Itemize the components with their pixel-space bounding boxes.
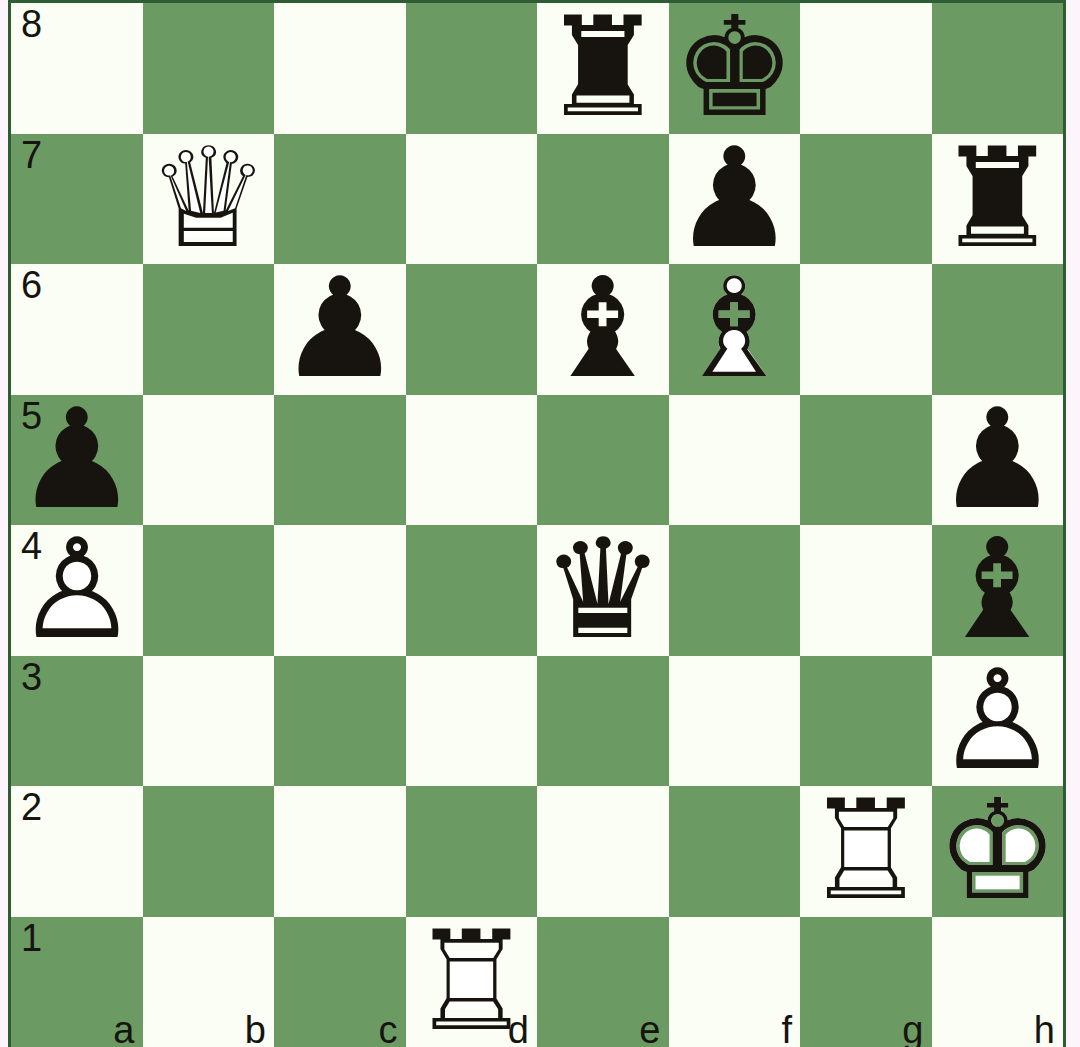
square-b2[interactable] (143, 786, 275, 917)
square-c1[interactable]: c (274, 917, 406, 1047)
square-g3[interactable] (800, 656, 932, 787)
square-e8[interactable]: ♜ (537, 3, 669, 134)
rank-label-3: 3 (21, 658, 42, 698)
square-e6[interactable]: ♝ (537, 264, 669, 395)
square-c3[interactable] (274, 656, 406, 787)
black-pawn-icon[interactable]: ♟ (11, 395, 143, 526)
square-e4[interactable]: ♛ (537, 525, 669, 656)
square-h7[interactable]: ♜ (932, 134, 1064, 265)
square-a2[interactable]: 2 (11, 786, 143, 917)
piece-fill: ♚ (669, 3, 801, 134)
square-c4[interactable] (274, 525, 406, 656)
rank-label-6: 6 (21, 266, 42, 306)
black-pawn-icon[interactable]: ♟ (274, 264, 406, 395)
square-d6[interactable] (406, 264, 538, 395)
white-bishop-icon[interactable]: ♝♗ (669, 264, 801, 395)
white-pawn-icon[interactable]: ♟♙ (932, 656, 1064, 787)
square-d3[interactable] (406, 656, 538, 787)
square-b4[interactable] (143, 525, 275, 656)
square-c6[interactable]: ♟ (274, 264, 406, 395)
piece-outline: ♙ (11, 525, 143, 656)
piece-fill: ♛ (537, 525, 669, 656)
square-b1[interactable]: b (143, 917, 275, 1047)
black-queen-icon[interactable]: ♛ (537, 525, 669, 656)
square-d5[interactable] (406, 395, 538, 526)
piece-fill: ♟ (274, 264, 406, 395)
file-label-b: b (245, 1011, 266, 1047)
square-a3[interactable]: 3 (11, 656, 143, 787)
black-pawn-icon[interactable]: ♟ (932, 395, 1064, 526)
square-a5[interactable]: 5♟ (11, 395, 143, 526)
square-d2[interactable] (406, 786, 538, 917)
square-f2[interactable] (669, 786, 801, 917)
file-label-h: h (1034, 1011, 1055, 1047)
square-c2[interactable] (274, 786, 406, 917)
rank-label-2: 2 (21, 788, 42, 828)
square-h1[interactable]: h (932, 917, 1064, 1047)
piece-fill: ♟ (932, 395, 1064, 526)
square-h8[interactable] (932, 3, 1064, 134)
black-pawn-icon[interactable]: ♟ (669, 134, 801, 265)
square-c8[interactable] (274, 3, 406, 134)
square-d4[interactable] (406, 525, 538, 656)
square-d8[interactable] (406, 3, 538, 134)
square-b6[interactable] (143, 264, 275, 395)
black-rook-icon[interactable]: ♜ (932, 134, 1064, 265)
square-b5[interactable] (143, 395, 275, 526)
square-e2[interactable] (537, 786, 669, 917)
piece-fill: ♜ (537, 3, 669, 134)
piece-outline: ♙ (932, 656, 1064, 787)
white-rook-icon[interactable]: ♜♖ (800, 786, 932, 917)
rank-label-8: 8 (21, 5, 42, 45)
black-bishop-icon[interactable]: ♝ (537, 264, 669, 395)
square-e1[interactable]: e (537, 917, 669, 1047)
square-a4[interactable]: 4♟♙ (11, 525, 143, 656)
file-label-f: f (781, 1011, 792, 1047)
square-a6[interactable]: 6 (11, 264, 143, 395)
chess-board: 8♜♚7♛♕♟♜6♟♝♝♗5♟♟4♟♙♛♝3♟♙2♜♖♚♔1abcd♜♖efgh (8, 0, 1066, 1047)
piece-outline: ♗ (669, 264, 801, 395)
file-label-g: g (902, 1011, 923, 1047)
square-b8[interactable] (143, 3, 275, 134)
file-label-a: a (113, 1011, 134, 1047)
piece-fill: ♝ (932, 525, 1064, 656)
square-g7[interactable] (800, 134, 932, 265)
square-g5[interactable] (800, 395, 932, 526)
square-f6[interactable]: ♝♗ (669, 264, 801, 395)
piece-fill: ♜ (932, 134, 1064, 265)
square-h4[interactable]: ♝ (932, 525, 1064, 656)
piece-fill: ♟ (11, 395, 143, 526)
piece-outline: ♔ (932, 786, 1064, 917)
square-f8[interactable]: ♚ (669, 3, 801, 134)
square-c5[interactable] (274, 395, 406, 526)
square-a8[interactable]: 8 (11, 3, 143, 134)
square-d1[interactable]: d♜♖ (406, 917, 538, 1047)
square-e3[interactable] (537, 656, 669, 787)
black-bishop-icon[interactable]: ♝ (932, 525, 1064, 656)
square-g4[interactable] (800, 525, 932, 656)
white-rook-icon[interactable]: ♜♖ (406, 917, 538, 1047)
file-label-e: e (639, 1011, 660, 1047)
piece-outline: ♖ (406, 917, 538, 1047)
square-g8[interactable] (800, 3, 932, 134)
square-d7[interactable] (406, 134, 538, 265)
piece-fill: ♟ (669, 134, 801, 265)
square-f3[interactable] (669, 656, 801, 787)
piece-outline: ♕ (143, 134, 275, 265)
file-label-c: c (379, 1011, 398, 1047)
square-b3[interactable] (143, 656, 275, 787)
square-f5[interactable] (669, 395, 801, 526)
square-f7[interactable]: ♟ (669, 134, 801, 265)
square-h5[interactable]: ♟ (932, 395, 1064, 526)
piece-fill: ♝ (537, 264, 669, 395)
square-h2[interactable]: ♚♔ (932, 786, 1064, 917)
square-h3[interactable]: ♟♙ (932, 656, 1064, 787)
square-h6[interactable] (932, 264, 1064, 395)
square-b7[interactable]: ♛♕ (143, 134, 275, 265)
square-e5[interactable] (537, 395, 669, 526)
square-g6[interactable] (800, 264, 932, 395)
square-a7[interactable]: 7 (11, 134, 143, 265)
white-queen-icon[interactable]: ♛♕ (143, 134, 275, 265)
rank-label-7: 7 (21, 136, 42, 176)
square-f1[interactable]: f (669, 917, 801, 1047)
board-grid: 8♜♚7♛♕♟♜6♟♝♝♗5♟♟4♟♙♛♝3♟♙2♜♖♚♔1abcd♜♖efgh (11, 3, 1063, 1047)
square-e7[interactable] (537, 134, 669, 265)
square-c7[interactable] (274, 134, 406, 265)
square-g1[interactable]: g (800, 917, 932, 1047)
black-rook-icon[interactable]: ♜ (537, 3, 669, 134)
white-king-icon[interactable]: ♚♔ (932, 786, 1064, 917)
square-f4[interactable] (669, 525, 801, 656)
black-king-icon[interactable]: ♚ (669, 3, 801, 134)
square-g2[interactable]: ♜♖ (800, 786, 932, 917)
white-pawn-icon[interactable]: ♟♙ (11, 525, 143, 656)
rank-label-1: 1 (21, 919, 42, 959)
piece-outline: ♖ (800, 786, 932, 917)
square-a1[interactable]: 1a (11, 917, 143, 1047)
